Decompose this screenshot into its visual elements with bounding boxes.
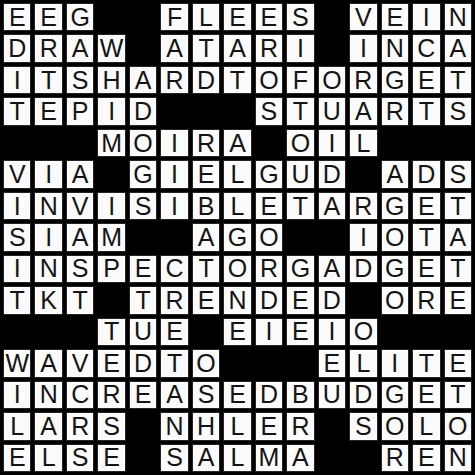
black-square-r1c4 xyxy=(97,3,125,31)
letter-cell-r2c15[interactable]: A xyxy=(444,34,472,62)
crossword-grid: EEGFLEESVEINDRAWATARIINCAITSHARDTOFORGET… xyxy=(0,0,475,475)
letter-cell-r10c2[interactable]: K xyxy=(34,286,62,314)
black-square-r5c3 xyxy=(66,129,94,157)
letter-cell-r13c12[interactable]: D xyxy=(349,381,377,409)
black-square-r5c1 xyxy=(3,129,31,157)
letter-cell-r12c6[interactable]: T xyxy=(160,349,188,377)
black-square-r11c1 xyxy=(3,318,31,346)
letter-cell-r14c2[interactable]: A xyxy=(34,412,62,440)
letter-cell-r4c11[interactable]: U xyxy=(318,97,346,125)
letter-cell-r2c1[interactable]: D xyxy=(3,34,31,62)
letter-cell-r11c11[interactable]: I xyxy=(318,318,346,346)
letter-cell-r14c12[interactable]: S xyxy=(349,412,377,440)
letter-cell-r1c6[interactable]: F xyxy=(160,3,188,31)
letter-cell-r10c10[interactable]: E xyxy=(286,286,314,314)
black-square-r6c4 xyxy=(97,160,125,188)
black-square-r11c14 xyxy=(412,318,440,346)
letter-cell-r9c8[interactable]: O xyxy=(223,255,251,283)
letter-cell-r3c5[interactable]: A xyxy=(129,66,157,94)
letter-cell-r11c12[interactable]: O xyxy=(349,318,377,346)
letter-cell-r9c14[interactable]: E xyxy=(412,255,440,283)
letter-cell-r8c8[interactable]: G xyxy=(223,223,251,251)
letter-cell-r9c10[interactable]: G xyxy=(286,255,314,283)
letter-cell-r15c14[interactable]: E xyxy=(412,444,440,472)
letter-cell-r7c15[interactable]: T xyxy=(444,192,472,220)
letter-cell-r14c13[interactable]: O xyxy=(381,412,409,440)
letter-cell-r4c13[interactable]: R xyxy=(381,97,409,125)
letter-cell-r10c11[interactable]: D xyxy=(318,286,346,314)
letter-cell-r5c8[interactable]: A xyxy=(223,129,251,157)
letter-cell-r4c12[interactable]: A xyxy=(349,97,377,125)
letter-cell-r10c3[interactable]: T xyxy=(66,286,94,314)
letter-cell-r10c9[interactable]: D xyxy=(255,286,283,314)
letter-cell-r11c6[interactable]: E xyxy=(160,318,188,346)
letter-cell-r15c3[interactable]: S xyxy=(66,444,94,472)
letter-cell-r12c3[interactable]: V xyxy=(66,349,94,377)
black-square-r5c2 xyxy=(34,129,62,157)
letter-cell-r13c13[interactable]: G xyxy=(381,381,409,409)
letter-cell-r14c10[interactable]: R xyxy=(286,412,314,440)
letter-cell-r6c1[interactable]: V xyxy=(3,160,31,188)
letter-cell-r8c13[interactable]: O xyxy=(381,223,409,251)
black-square-r14c11 xyxy=(318,412,346,440)
letter-cell-r11c4[interactable]: T xyxy=(97,318,125,346)
letter-cell-r8c12[interactable]: I xyxy=(349,223,377,251)
letter-cell-r1c10[interactable]: S xyxy=(286,3,314,31)
letter-cell-r9c13[interactable]: G xyxy=(381,255,409,283)
letter-cell-r6c11[interactable]: D xyxy=(318,160,346,188)
letter-cell-r13c5[interactable]: E xyxy=(129,381,157,409)
letter-cell-r3c3[interactable]: S xyxy=(66,66,94,94)
letter-cell-r5c4[interactable]: M xyxy=(97,129,125,157)
black-square-r10c4 xyxy=(97,286,125,314)
letter-cell-r3c2[interactable]: T xyxy=(34,66,62,94)
black-square-r2c11 xyxy=(318,34,346,62)
letter-cell-r1c15[interactable]: N xyxy=(444,3,472,31)
letter-cell-r5c10[interactable]: O xyxy=(286,129,314,157)
letter-cell-r12c7[interactable]: O xyxy=(192,349,220,377)
letter-cell-r9c6[interactable]: C xyxy=(160,255,188,283)
letter-cell-r2c12[interactable]: I xyxy=(349,34,377,62)
letter-cell-r13c8[interactable]: E xyxy=(223,381,251,409)
letter-cell-r13c6[interactable]: A xyxy=(160,381,188,409)
letter-cell-r2c7[interactable]: T xyxy=(192,34,220,62)
letter-cell-r15c10[interactable]: A xyxy=(286,444,314,472)
letter-cell-r2c10[interactable]: I xyxy=(286,34,314,62)
letter-cell-r3c15[interactable]: T xyxy=(444,66,472,94)
letter-cell-r6c10[interactable]: U xyxy=(286,160,314,188)
letter-cell-r5c5[interactable]: O xyxy=(129,129,157,157)
letter-cell-r8c15[interactable]: A xyxy=(444,223,472,251)
letter-cell-r1c12[interactable]: V xyxy=(349,3,377,31)
letter-cell-r9c12[interactable]: D xyxy=(349,255,377,283)
letter-cell-r13c3[interactable]: C xyxy=(66,381,94,409)
black-square-r4c8 xyxy=(223,97,251,125)
letter-cell-r7c4[interactable]: I xyxy=(97,192,125,220)
letter-cell-r10c8[interactable]: N xyxy=(223,286,251,314)
letter-cell-r13c14[interactable]: E xyxy=(412,381,440,409)
letter-cell-r11c9[interactable]: I xyxy=(255,318,283,346)
letter-cell-r11c8[interactable]: E xyxy=(223,318,251,346)
letter-cell-r2c13[interactable]: N xyxy=(381,34,409,62)
letter-cell-r4c9[interactable]: S xyxy=(255,97,283,125)
letter-cell-r9c4[interactable]: P xyxy=(97,255,125,283)
letter-cell-r3c14[interactable]: E xyxy=(412,66,440,94)
letter-cell-r12c12[interactable]: L xyxy=(349,349,377,377)
black-square-r1c5 xyxy=(129,3,157,31)
letter-cell-r4c15[interactable]: S xyxy=(444,97,472,125)
letter-cell-r7c8[interactable]: L xyxy=(223,192,251,220)
letter-cell-r7c6[interactable]: I xyxy=(160,192,188,220)
letter-cell-r2c14[interactable]: C xyxy=(412,34,440,62)
black-square-r4c7 xyxy=(192,97,220,125)
letter-cell-r7c12[interactable]: R xyxy=(349,192,377,220)
black-square-r8c10 xyxy=(286,223,314,251)
black-square-r6c12 xyxy=(349,160,377,188)
letter-cell-r1c7[interactable]: L xyxy=(192,3,220,31)
letter-cell-r1c2[interactable]: E xyxy=(34,3,62,31)
letter-cell-r1c8[interactable]: E xyxy=(223,3,251,31)
letter-cell-r6c13[interactable]: A xyxy=(381,160,409,188)
black-square-r5c15 xyxy=(444,129,472,157)
letter-cell-r9c2[interactable]: N xyxy=(34,255,62,283)
letter-cell-r5c7[interactable]: R xyxy=(192,129,220,157)
black-square-r15c11 xyxy=(318,444,346,472)
letter-cell-r13c7[interactable]: S xyxy=(192,381,220,409)
letter-cell-r4c10[interactable]: T xyxy=(286,97,314,125)
letter-cell-r15c1[interactable]: E xyxy=(3,444,31,472)
letter-cell-r10c1[interactable]: T xyxy=(3,286,31,314)
letter-cell-r12c11[interactable]: E xyxy=(318,349,346,377)
letter-cell-r8c1[interactable]: S xyxy=(3,223,31,251)
letter-cell-r14c4[interactable]: S xyxy=(97,412,125,440)
black-square-r8c6 xyxy=(160,223,188,251)
letter-cell-r13c4[interactable]: R xyxy=(97,381,125,409)
letter-cell-r2c4[interactable]: W xyxy=(97,34,125,62)
letter-cell-r13c11[interactable]: U xyxy=(318,381,346,409)
black-square-r11c2 xyxy=(34,318,62,346)
letter-cell-r10c15[interactable]: E xyxy=(444,286,472,314)
letter-cell-r3c9[interactable]: O xyxy=(255,66,283,94)
letter-cell-r2c9[interactable]: R xyxy=(255,34,283,62)
letter-cell-r8c3[interactable]: A xyxy=(66,223,94,251)
letter-cell-r4c5[interactable]: D xyxy=(129,97,157,125)
letter-cell-r3c13[interactable]: G xyxy=(381,66,409,94)
black-square-r5c13 xyxy=(381,129,409,157)
letter-cell-r6c14[interactable]: D xyxy=(412,160,440,188)
letter-cell-r15c13[interactable]: R xyxy=(381,444,409,472)
letter-cell-r9c7[interactable]: T xyxy=(192,255,220,283)
letter-cell-r1c14[interactable]: I xyxy=(412,3,440,31)
letter-cell-r7c9[interactable]: E xyxy=(255,192,283,220)
letter-cell-r6c6[interactable]: I xyxy=(160,160,188,188)
letter-cell-r5c6[interactable]: I xyxy=(160,129,188,157)
letter-cell-r11c10[interactable]: E xyxy=(286,318,314,346)
letter-cell-r1c3[interactable]: G xyxy=(66,3,94,31)
letter-cell-r14c7[interactable]: H xyxy=(192,412,220,440)
letter-cell-r13c2[interactable]: N xyxy=(34,381,62,409)
black-square-r11c13 xyxy=(381,318,409,346)
letter-cell-r1c1[interactable]: E xyxy=(3,3,31,31)
black-square-r2c5 xyxy=(129,34,157,62)
letter-cell-r15c7[interactable]: A xyxy=(192,444,220,472)
letter-cell-r10c7[interactable]: E xyxy=(192,286,220,314)
letter-cell-r15c15[interactable]: N xyxy=(444,444,472,472)
letter-cell-r15c6[interactable]: S xyxy=(160,444,188,472)
letter-cell-r7c3[interactable]: V xyxy=(66,192,94,220)
letter-cell-r14c14[interactable]: L xyxy=(412,412,440,440)
letter-cell-r9c15[interactable]: T xyxy=(444,255,472,283)
letter-cell-r9c11[interactable]: A xyxy=(318,255,346,283)
letter-cell-r15c9[interactable]: M xyxy=(255,444,283,472)
black-square-r5c14 xyxy=(412,129,440,157)
letter-cell-r10c14[interactable]: R xyxy=(412,286,440,314)
letter-cell-r10c5[interactable]: T xyxy=(129,286,157,314)
letter-cell-r3c11[interactable]: O xyxy=(318,66,346,94)
black-square-r4c6 xyxy=(160,97,188,125)
letter-cell-r7c7[interactable]: B xyxy=(192,192,220,220)
letter-cell-r8c4[interactable]: M xyxy=(97,223,125,251)
black-square-r15c12 xyxy=(349,444,377,472)
letter-cell-r3c10[interactable]: F xyxy=(286,66,314,94)
letter-cell-r2c8[interactable]: A xyxy=(223,34,251,62)
letter-cell-r14c1[interactable]: L xyxy=(3,412,31,440)
letter-cell-r15c8[interactable]: L xyxy=(223,444,251,472)
letter-cell-r5c12[interactable]: L xyxy=(349,129,377,157)
black-square-r12c10 xyxy=(286,349,314,377)
letter-cell-r9c5[interactable]: E xyxy=(129,255,157,283)
letter-cell-r1c9[interactable]: E xyxy=(255,3,283,31)
black-square-r1c11 xyxy=(318,3,346,31)
letter-cell-r6c3[interactable]: A xyxy=(66,160,94,188)
letter-cell-r3c8[interactable]: T xyxy=(223,66,251,94)
letter-cell-r4c2[interactable]: E xyxy=(34,97,62,125)
black-square-r12c9 xyxy=(255,349,283,377)
letter-cell-r10c13[interactable]: O xyxy=(381,286,409,314)
letter-cell-r10c6[interactable]: R xyxy=(160,286,188,314)
letter-cell-r12c5[interactable]: D xyxy=(129,349,157,377)
letter-cell-r2c3[interactable]: A xyxy=(66,34,94,62)
letter-cell-r3c12[interactable]: R xyxy=(349,66,377,94)
black-square-r12c8 xyxy=(223,349,251,377)
black-square-r10c12 xyxy=(349,286,377,314)
letter-cell-r13c1[interactable]: I xyxy=(3,381,31,409)
letter-cell-r6c5[interactable]: G xyxy=(129,160,157,188)
letter-cell-r4c3[interactable]: P xyxy=(66,97,94,125)
letter-cell-r14c9[interactable]: E xyxy=(255,412,283,440)
black-square-r11c7 xyxy=(192,318,220,346)
letter-cell-r3c1[interactable]: I xyxy=(3,66,31,94)
letter-cell-r9c3[interactable]: S xyxy=(66,255,94,283)
black-square-r14c5 xyxy=(129,412,157,440)
black-square-r5c9 xyxy=(255,129,283,157)
letter-cell-r12c15[interactable]: E xyxy=(444,349,472,377)
letter-cell-r3c4[interactable]: H xyxy=(97,66,125,94)
letter-cell-r2c6[interactable]: A xyxy=(160,34,188,62)
letter-cell-r8c7[interactable]: A xyxy=(192,223,220,251)
letter-cell-r7c10[interactable]: T xyxy=(286,192,314,220)
letter-cell-r4c1[interactable]: T xyxy=(3,97,31,125)
letter-cell-r14c6[interactable]: N xyxy=(160,412,188,440)
letter-cell-r7c5[interactable]: S xyxy=(129,192,157,220)
letter-cell-r15c4[interactable]: E xyxy=(97,444,125,472)
letter-cell-r12c4[interactable]: E xyxy=(97,349,125,377)
letter-cell-r6c7[interactable]: E xyxy=(192,160,220,188)
letter-cell-r6c2[interactable]: I xyxy=(34,160,62,188)
letter-cell-r8c14[interactable]: T xyxy=(412,223,440,251)
letter-cell-r12c1[interactable]: W xyxy=(3,349,31,377)
letter-cell-r6c15[interactable]: S xyxy=(444,160,472,188)
letter-cell-r3c6[interactable]: R xyxy=(160,66,188,94)
letter-cell-r14c15[interactable]: O xyxy=(444,412,472,440)
black-square-r11c3 xyxy=(66,318,94,346)
letter-cell-r9c9[interactable]: R xyxy=(255,255,283,283)
letter-cell-r4c14[interactable]: T xyxy=(412,97,440,125)
black-square-r15c5 xyxy=(129,444,157,472)
letter-cell-r7c14[interactable]: E xyxy=(412,192,440,220)
letter-cell-r14c3[interactable]: R xyxy=(66,412,94,440)
letter-cell-r3c7[interactable]: D xyxy=(192,66,220,94)
letter-cell-r9c1[interactable]: I xyxy=(3,255,31,283)
letter-cell-r2c2[interactable]: R xyxy=(34,34,62,62)
letter-cell-r13c10[interactable]: B xyxy=(286,381,314,409)
letter-cell-r14c8[interactable]: L xyxy=(223,412,251,440)
letter-cell-r12c2[interactable]: A xyxy=(34,349,62,377)
letter-cell-r7c1[interactable]: I xyxy=(3,192,31,220)
letter-cell-r15c2[interactable]: L xyxy=(34,444,62,472)
letter-cell-r6c9[interactable]: G xyxy=(255,160,283,188)
black-square-r8c5 xyxy=(129,223,157,251)
black-square-r8c11 xyxy=(318,223,346,251)
letter-cell-r7c2[interactable]: N xyxy=(34,192,62,220)
black-square-r11c15 xyxy=(444,318,472,346)
letter-cell-r12c14[interactable]: T xyxy=(412,349,440,377)
letter-cell-r6c8[interactable]: L xyxy=(223,160,251,188)
letter-cell-r7c13[interactable]: G xyxy=(381,192,409,220)
letter-cell-r1c13[interactable]: E xyxy=(381,3,409,31)
letter-cell-r11c5[interactable]: U xyxy=(129,318,157,346)
letter-cell-r8c9[interactable]: O xyxy=(255,223,283,251)
letter-cell-r4c4[interactable]: I xyxy=(97,97,125,125)
letter-cell-r7c11[interactable]: A xyxy=(318,192,346,220)
letter-cell-r12c13[interactable]: I xyxy=(381,349,409,377)
letter-cell-r5c11[interactable]: I xyxy=(318,129,346,157)
letter-cell-r13c15[interactable]: T xyxy=(444,381,472,409)
letter-cell-r8c2[interactable]: I xyxy=(34,223,62,251)
letter-cell-r13c9[interactable]: D xyxy=(255,381,283,409)
